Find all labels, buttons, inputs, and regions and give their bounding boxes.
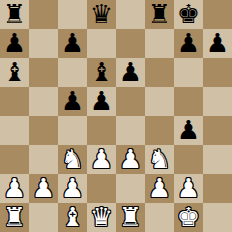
piece-white-queen: ♛: [90, 203, 113, 232]
square-c3[interactable]: ♞: [58, 145, 87, 174]
square-f3[interactable]: ♞: [145, 145, 174, 174]
piece-white-pawn: ♟: [177, 174, 200, 203]
square-g1[interactable]: ♚: [174, 203, 203, 232]
piece-black-pawn: ♟: [90, 87, 113, 116]
piece-black-bishop: ♝: [3, 58, 26, 87]
piece-white-pawn: ♟: [119, 145, 142, 174]
square-e8[interactable]: [116, 0, 145, 29]
square-h4[interactable]: [203, 116, 232, 145]
square-b6[interactable]: [29, 58, 58, 87]
square-c7[interactable]: ♟: [58, 29, 87, 58]
square-a8[interactable]: ♜: [0, 0, 29, 29]
square-g6[interactable]: [174, 58, 203, 87]
square-e1[interactable]: ♜: [116, 203, 145, 232]
piece-black-pawn: ♟: [61, 87, 84, 116]
piece-white-pawn: ♟: [90, 145, 113, 174]
piece-white-bishop: ♝: [61, 203, 84, 232]
square-a7[interactable]: ♟: [0, 29, 29, 58]
piece-white-rook: ♜: [119, 203, 142, 232]
piece-white-knight: ♞: [61, 145, 84, 174]
square-g7[interactable]: ♟: [174, 29, 203, 58]
square-a5[interactable]: [0, 87, 29, 116]
piece-white-knight: ♞: [148, 145, 171, 174]
piece-black-pawn: ♟: [3, 29, 26, 58]
square-h8[interactable]: [203, 0, 232, 29]
square-f6[interactable]: [145, 58, 174, 87]
square-b3[interactable]: [29, 145, 58, 174]
piece-white-rook: ♜: [3, 203, 26, 232]
piece-white-pawn: ♟: [61, 174, 84, 203]
square-b4[interactable]: [29, 116, 58, 145]
square-c5[interactable]: ♟: [58, 87, 87, 116]
piece-black-pawn: ♟: [177, 116, 200, 145]
square-h3[interactable]: [203, 145, 232, 174]
square-a2[interactable]: ♟: [0, 174, 29, 203]
square-f8[interactable]: ♜: [145, 0, 174, 29]
square-d3[interactable]: ♟: [87, 145, 116, 174]
square-h5[interactable]: [203, 87, 232, 116]
piece-black-king: ♚: [177, 0, 200, 29]
square-e2[interactable]: [116, 174, 145, 203]
piece-black-pawn: ♟: [119, 58, 142, 87]
square-d7[interactable]: [87, 29, 116, 58]
square-a1[interactable]: ♜: [0, 203, 29, 232]
square-d1[interactable]: ♛: [87, 203, 116, 232]
square-c4[interactable]: [58, 116, 87, 145]
square-f4[interactable]: [145, 116, 174, 145]
square-e3[interactable]: ♟: [116, 145, 145, 174]
square-b5[interactable]: [29, 87, 58, 116]
piece-white-pawn: ♟: [3, 174, 26, 203]
square-f7[interactable]: [145, 29, 174, 58]
square-d5[interactable]: ♟: [87, 87, 116, 116]
square-h6[interactable]: [203, 58, 232, 87]
piece-black-pawn: ♟: [177, 29, 200, 58]
square-g3[interactable]: [174, 145, 203, 174]
square-f2[interactable]: ♟: [145, 174, 174, 203]
square-g2[interactable]: ♟: [174, 174, 203, 203]
piece-white-king: ♚: [177, 203, 200, 232]
square-f1[interactable]: [145, 203, 174, 232]
square-b1[interactable]: [29, 203, 58, 232]
square-c1[interactable]: ♝: [58, 203, 87, 232]
piece-black-queen: ♛: [90, 0, 113, 29]
square-a4[interactable]: [0, 116, 29, 145]
piece-black-bishop: ♝: [90, 58, 113, 87]
square-b7[interactable]: [29, 29, 58, 58]
square-e6[interactable]: ♟: [116, 58, 145, 87]
square-e4[interactable]: [116, 116, 145, 145]
square-h1[interactable]: [203, 203, 232, 232]
piece-white-pawn: ♟: [32, 174, 55, 203]
square-g4[interactable]: ♟: [174, 116, 203, 145]
piece-black-rook: ♜: [3, 0, 26, 29]
piece-white-pawn: ♟: [148, 174, 171, 203]
square-f5[interactable]: [145, 87, 174, 116]
chess-board: ♜♛♜♚♟♟♟♟♝♝♟♟♟♟♞♟♟♞♟♟♟♟♟♜♝♛♜♚: [0, 0, 232, 232]
square-e7[interactable]: [116, 29, 145, 58]
piece-black-pawn: ♟: [206, 29, 229, 58]
piece-black-pawn: ♟: [61, 29, 84, 58]
square-c6[interactable]: [58, 58, 87, 87]
square-b8[interactable]: [29, 0, 58, 29]
square-d4[interactable]: [87, 116, 116, 145]
square-g5[interactable]: [174, 87, 203, 116]
square-e5[interactable]: [116, 87, 145, 116]
square-c2[interactable]: ♟: [58, 174, 87, 203]
square-h7[interactable]: ♟: [203, 29, 232, 58]
square-g8[interactable]: ♚: [174, 0, 203, 29]
square-a3[interactable]: [0, 145, 29, 174]
square-d2[interactable]: [87, 174, 116, 203]
piece-black-rook: ♜: [148, 0, 171, 29]
square-d8[interactable]: ♛: [87, 0, 116, 29]
square-b2[interactable]: ♟: [29, 174, 58, 203]
square-d6[interactable]: ♝: [87, 58, 116, 87]
square-a6[interactable]: ♝: [0, 58, 29, 87]
square-c8[interactable]: [58, 0, 87, 29]
square-h2[interactable]: [203, 174, 232, 203]
